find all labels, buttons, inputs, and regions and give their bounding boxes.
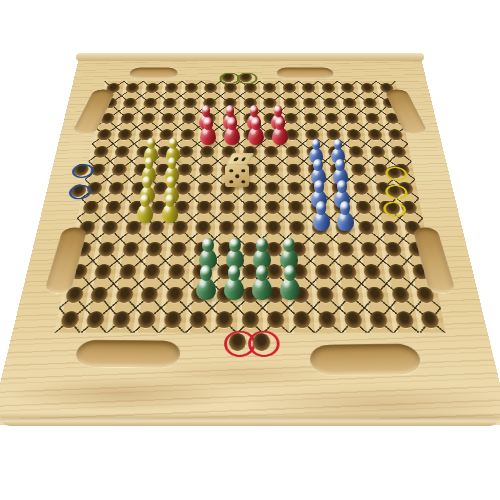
peg-head [142, 176, 152, 188]
die-pip [241, 180, 245, 184]
peg-head [275, 117, 285, 130]
die-pip [241, 169, 245, 173]
die-top-face [226, 153, 255, 165]
peg-head [229, 238, 241, 252]
peg-head [166, 176, 176, 188]
die-pip [229, 169, 233, 173]
peg-body [137, 204, 153, 223]
peg-blue[interactable] [337, 201, 354, 231]
peg-head [250, 105, 259, 117]
product-photo [0, 0, 500, 500]
die-pip [241, 157, 247, 161]
die[interactable] [225, 153, 249, 187]
peg-head [251, 117, 261, 130]
peg-head [226, 105, 235, 117]
peg-head [335, 159, 345, 171]
peg-red[interactable] [248, 117, 264, 145]
peg-head [283, 238, 295, 252]
pieces-layer [0, 0, 500, 500]
peg-head [202, 105, 211, 117]
peg-green[interactable] [196, 265, 216, 300]
peg-head [274, 105, 283, 117]
die-front-face [225, 165, 249, 187]
peg-head [314, 180, 324, 193]
peg-body [162, 204, 178, 223]
peg-yellow[interactable] [137, 194, 153, 223]
peg-head [316, 201, 327, 215]
peg-red[interactable] [200, 117, 216, 145]
peg-head [202, 238, 214, 252]
peg-head [337, 180, 347, 193]
die-pip [233, 157, 239, 161]
die-pip [229, 180, 233, 184]
peg-head [203, 117, 213, 130]
peg-blue[interactable] [313, 201, 330, 231]
peg-head [313, 159, 323, 171]
peg-green[interactable] [252, 265, 272, 300]
peg-red[interactable] [224, 117, 240, 145]
peg-head [227, 117, 237, 130]
peg-green[interactable] [280, 265, 300, 300]
peg-yellow[interactable] [162, 194, 178, 223]
peg-head [256, 238, 268, 252]
peg-head [340, 201, 351, 215]
die-pip [235, 174, 239, 178]
peg-green[interactable] [224, 265, 244, 300]
peg-red[interactable] [272, 117, 288, 145]
